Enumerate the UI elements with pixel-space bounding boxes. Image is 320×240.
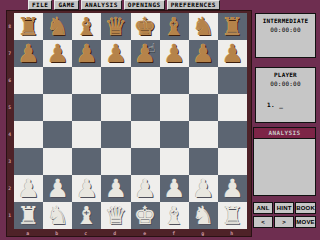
player-clock-time: 00:00:00 <box>256 80 315 87</box>
square-a6[interactable] <box>14 67 43 94</box>
black-pawn-c7[interactable]: ♟ <box>72 40 101 67</box>
square-b5[interactable] <box>43 94 72 121</box>
square-h2[interactable]: ♟ <box>218 175 247 202</box>
file-label-g: g <box>201 231 204 236</box>
white-pawn-e2[interactable]: ♟ <box>131 175 160 202</box>
square-e2[interactable]: ♟ <box>131 175 160 202</box>
square-b4[interactable] <box>43 121 72 148</box>
move-button[interactable]: MOVE <box>295 216 316 228</box>
square-c1[interactable]: ♝ <box>72 202 101 229</box>
rank-label-1: 1 <box>8 213 11 218</box>
square-b8[interactable]: ♞ <box>43 13 72 40</box>
menu-item-preferences[interactable]: PREFERENCES <box>167 0 220 10</box>
square-h6[interactable] <box>218 67 247 94</box>
black-knight-g8[interactable]: ♞ <box>189 13 218 40</box>
square-c8[interactable]: ♝ <box>72 13 101 40</box>
white-pawn-d2[interactable]: ♟ <box>101 175 130 202</box>
square-a8[interactable]: ♜ <box>14 13 43 40</box>
rank-label-3: 3 <box>8 159 11 164</box>
square-c5[interactable] <box>72 94 101 121</box>
square-c2[interactable]: ♟ <box>72 175 101 202</box>
square-a5[interactable] <box>14 94 43 121</box>
square-g1[interactable]: ♞ <box>189 202 218 229</box>
opponent-clock-time: 00:00:00 <box>256 26 315 33</box>
white-pawn-g2[interactable]: ♟ <box>189 175 218 202</box>
square-e6[interactable] <box>131 67 160 94</box>
menu-bar: FILEGAMEANALYSISOPENINGSPREFERENCES <box>28 0 220 10</box>
square-g2[interactable]: ♟ <box>189 175 218 202</box>
square-d6[interactable] <box>101 67 130 94</box>
square-b1[interactable]: ♞ <box>43 202 72 229</box>
square-e3[interactable] <box>131 148 160 175</box>
white-knight-b1[interactable]: ♞ <box>43 202 72 229</box>
rank-label-8: 8 <box>8 24 11 29</box>
square-g8[interactable]: ♞ <box>189 13 218 40</box>
black-pawn-b7[interactable]: ♟ <box>43 40 72 67</box>
square-f1[interactable]: ♝ <box>160 202 189 229</box>
prev-move-button[interactable]: < <box>253 216 273 228</box>
square-h3[interactable] <box>218 148 247 175</box>
square-h7[interactable]: ♟ <box>218 40 247 67</box>
file-label-h: h <box>230 231 233 236</box>
player-label: PLAYER <box>256 71 315 78</box>
square-g5[interactable] <box>189 94 218 121</box>
rank-label-7: 7 <box>8 51 11 56</box>
white-bishop-c1[interactable]: ♝ <box>72 202 101 229</box>
file-label-c: c <box>85 231 88 236</box>
white-pawn-f2[interactable]: ♟ <box>160 175 189 202</box>
black-knight-b8[interactable]: ♞ <box>43 13 72 40</box>
square-g7[interactable]: ♟ <box>189 40 218 67</box>
white-queen-d1[interactable]: ♛ <box>101 202 130 229</box>
analysis-panel-body <box>254 139 315 196</box>
black-bishop-c8[interactable]: ♝ <box>72 13 101 40</box>
rank-label-6: 6 <box>8 78 11 83</box>
hint-button[interactable]: HINT <box>274 202 294 214</box>
black-pawn-g7[interactable]: ♟ <box>189 40 218 67</box>
square-b3[interactable] <box>43 148 72 175</box>
analysis-panel-title: ANALYSIS <box>254 128 315 139</box>
analysis-button[interactable]: ANL <box>253 202 273 214</box>
analysis-panel: ANALYSIS <box>253 127 316 196</box>
file-label-e: e <box>143 231 146 236</box>
square-d1[interactable]: ♛ <box>101 202 130 229</box>
square-c6[interactable] <box>72 67 101 94</box>
square-f3[interactable] <box>160 148 189 175</box>
square-d5[interactable] <box>101 94 130 121</box>
rank-label-5: 5 <box>8 105 11 110</box>
square-b6[interactable] <box>43 67 72 94</box>
square-g6[interactable] <box>189 67 218 94</box>
chess-board[interactable]: ♜♞♝♛♚♝♞♜♟♟♟♟♟♟♟♟♟♟♟♟♟♟♟♟♜♞♝♛♚♝♞♜ <box>14 13 247 229</box>
square-f2[interactable]: ♟ <box>160 175 189 202</box>
square-a4[interactable] <box>14 121 43 148</box>
square-a1[interactable]: ♜ <box>14 202 43 229</box>
black-queen-d8[interactable]: ♛ <box>101 13 130 40</box>
square-g4[interactable] <box>189 121 218 148</box>
square-c7[interactable]: ♟ <box>72 40 101 67</box>
rank-label-2: 2 <box>8 186 11 191</box>
black-bishop-f8[interactable]: ♝ <box>160 13 189 40</box>
opponent-clock-panel: INTERMEDIATE 00:00:00 <box>255 13 316 58</box>
menu-item-openings[interactable]: OPENINGS <box>124 0 165 10</box>
black-pawn-h7[interactable]: ♟ <box>218 40 247 67</box>
menu-item-analysis[interactable]: ANALYSIS <box>81 0 122 10</box>
menu-item-file[interactable]: FILE <box>28 0 52 10</box>
square-e1[interactable]: ♚ <box>131 202 160 229</box>
square-e5[interactable] <box>131 94 160 121</box>
square-e4[interactable] <box>131 121 160 148</box>
square-f6[interactable] <box>160 67 189 94</box>
button-bar: ANL HINT BOOK < > MOVE <box>253 202 316 228</box>
square-h4[interactable] <box>218 121 247 148</box>
board-frame: ♜♞♝♛♚♝♞♜♟♟♟♟♟♟♟♟♟♟♟♟♟♟♟♟♜♞♝♛♚♝♞♜ 8765432… <box>6 10 252 237</box>
square-e8[interactable]: ♚ <box>131 13 160 40</box>
square-d7[interactable]: ♟ <box>101 40 130 67</box>
square-d3[interactable] <box>101 148 130 175</box>
black-pawn-a7[interactable]: ♟ <box>14 40 43 67</box>
white-pawn-b2[interactable]: ♟ <box>43 175 72 202</box>
white-pawn-c2[interactable]: ♟ <box>72 175 101 202</box>
square-f7[interactable]: ♟ <box>160 40 189 67</box>
square-f4[interactable] <box>160 121 189 148</box>
move-entry-field[interactable]: 1. _ <box>267 101 283 108</box>
white-king-e1[interactable]: ♚ <box>131 202 160 229</box>
white-bishop-f1[interactable]: ♝ <box>160 202 189 229</box>
square-g3[interactable] <box>189 148 218 175</box>
file-label-d: d <box>114 231 117 236</box>
square-h8[interactable]: ♜ <box>218 13 247 40</box>
white-pawn-a2[interactable]: ♟ <box>14 175 43 202</box>
square-a3[interactable] <box>14 148 43 175</box>
black-pawn-f7[interactable]: ♟ <box>160 40 189 67</box>
next-move-button[interactable]: > <box>274 216 294 228</box>
black-rook-h8[interactable]: ♜ <box>218 13 247 40</box>
file-label-f: f <box>172 231 175 236</box>
black-pawn-d7[interactable]: ♟ <box>101 40 130 67</box>
file-label-b: b <box>55 231 58 236</box>
square-c3[interactable] <box>72 148 101 175</box>
chess-app-screen: FILEGAMEANALYSISOPENINGSPREFERENCES ♜♞♝♛… <box>0 0 320 240</box>
white-rook-h1[interactable]: ♜ <box>218 202 247 229</box>
opponent-level-label: INTERMEDIATE <box>256 17 315 24</box>
white-pawn-h2[interactable]: ♟ <box>218 175 247 202</box>
square-a7[interactable]: ♟ <box>14 40 43 67</box>
white-rook-a1[interactable]: ♜ <box>14 202 43 229</box>
square-a2[interactable]: ♟ <box>14 175 43 202</box>
square-f8[interactable]: ♝ <box>160 13 189 40</box>
square-h5[interactable] <box>218 94 247 121</box>
rank-label-4: 4 <box>8 132 11 137</box>
file-label-a: a <box>26 231 29 236</box>
black-king-e8[interactable]: ♚ <box>131 13 160 40</box>
square-b2[interactable]: ♟ <box>43 175 72 202</box>
player-clock-panel: PLAYER 00:00:00 1. _ <box>255 67 316 123</box>
square-b7[interactable]: ♟ <box>43 40 72 67</box>
menu-item-game[interactable]: GAME <box>54 0 78 10</box>
square-d2[interactable]: ♟ <box>101 175 130 202</box>
square-d8[interactable]: ♛ <box>101 13 130 40</box>
hand-cursor-icon: ☝ <box>148 41 155 55</box>
square-d4[interactable] <box>101 121 130 148</box>
square-h1[interactable]: ♜ <box>218 202 247 229</box>
square-c4[interactable] <box>72 121 101 148</box>
black-rook-a8[interactable]: ♜ <box>14 13 43 40</box>
square-f5[interactable] <box>160 94 189 121</box>
book-button[interactable]: BOOK <box>295 202 316 214</box>
white-knight-g1[interactable]: ♞ <box>189 202 218 229</box>
